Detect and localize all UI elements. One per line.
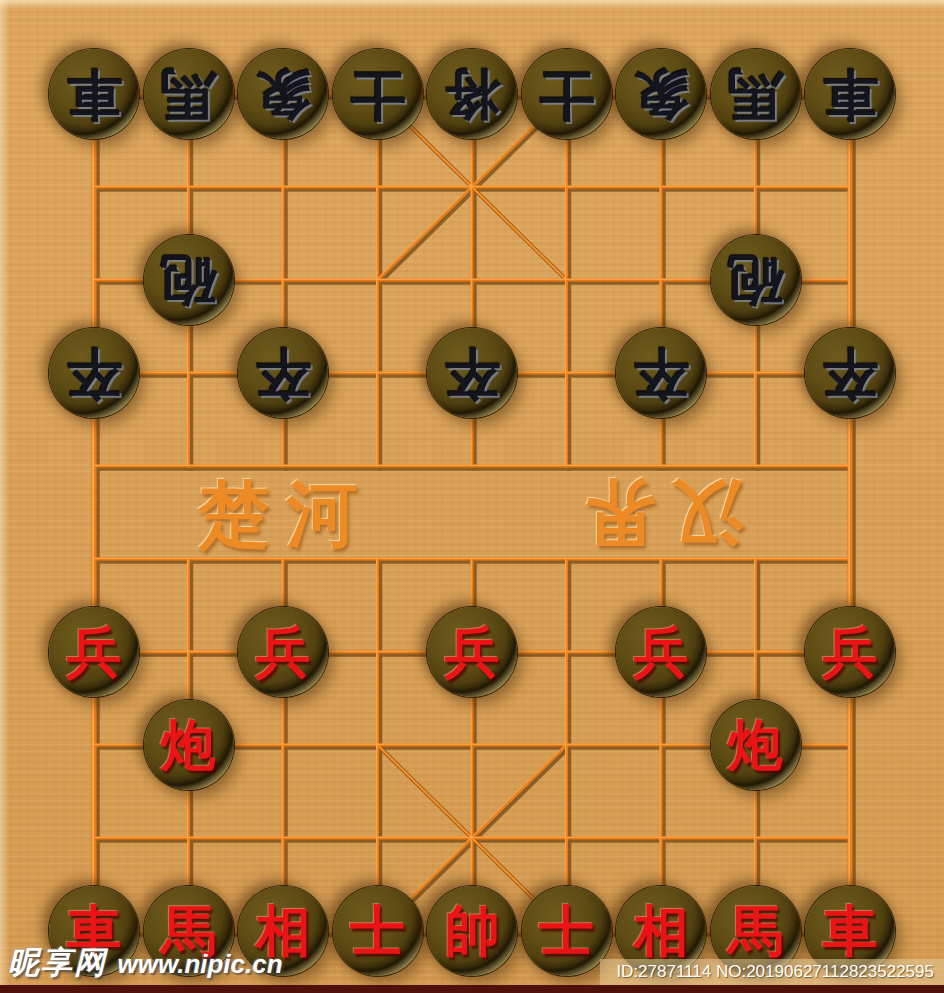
piece-glyph-卒: 卒: [823, 346, 878, 401]
piece-glyph-兵: 兵: [256, 625, 311, 680]
piece-red-soldier[interactable]: 兵: [805, 607, 895, 697]
piece-black-soldier[interactable]: 卒: [427, 328, 517, 418]
piece-glyph-車: 車: [823, 67, 878, 122]
bottom-strip: [0, 985, 944, 993]
xiangqi-board-photo: 楚河 汉界 車馬象士将士象馬車砲砲卒卒卒卒卒兵兵兵兵兵炮炮車馬相士帥士相馬車 昵…: [0, 0, 944, 993]
piece-glyph-兵: 兵: [445, 625, 500, 680]
piece-red-advisor[interactable]: 士: [522, 886, 612, 976]
piece-red-cannon[interactable]: 炮: [144, 700, 234, 790]
piece-glyph-相: 相: [634, 904, 689, 959]
piece-glyph-帥: 帥: [445, 904, 500, 959]
piece-glyph-士: 士: [350, 67, 405, 122]
piece-black-horse[interactable]: 馬: [144, 49, 234, 139]
piece-red-general[interactable]: 帥: [427, 886, 517, 976]
piece-glyph-砲: 砲: [728, 253, 783, 308]
piece-black-advisor[interactable]: 士: [522, 49, 612, 139]
river-label-chu-he: 楚河: [198, 474, 374, 553]
piece-black-soldier[interactable]: 卒: [616, 328, 706, 418]
piece-glyph-馬: 馬: [728, 904, 783, 959]
piece-black-soldier[interactable]: 卒: [238, 328, 328, 418]
piece-glyph-将: 将: [445, 67, 500, 122]
piece-glyph-卒: 卒: [634, 346, 689, 401]
piece-red-soldier[interactable]: 兵: [49, 607, 139, 697]
piece-glyph-車: 車: [823, 904, 878, 959]
piece-red-soldier[interactable]: 兵: [238, 607, 328, 697]
piece-black-cannon[interactable]: 砲: [711, 235, 801, 325]
piece-red-soldier[interactable]: 兵: [616, 607, 706, 697]
piece-glyph-馬: 馬: [161, 67, 216, 122]
piece-glyph-馬: 馬: [728, 67, 783, 122]
piece-glyph-兵: 兵: [823, 625, 878, 680]
watermark-id: ID:27871114 NO:20190627112823522595: [600, 959, 944, 985]
piece-black-advisor[interactable]: 士: [333, 49, 423, 139]
piece-glyph-卒: 卒: [445, 346, 500, 401]
piece-glyph-炮: 炮: [161, 718, 216, 773]
piece-glyph-士: 士: [539, 904, 594, 959]
river-label-han-jie: 汉界: [568, 474, 744, 553]
watermark-site-name: 昵享网: [8, 945, 107, 980]
piece-black-chariot[interactable]: 車: [805, 49, 895, 139]
piece-glyph-象: 象: [634, 67, 689, 122]
piece-glyph-兵: 兵: [67, 625, 122, 680]
piece-black-chariot[interactable]: 車: [49, 49, 139, 139]
piece-black-elephant[interactable]: 象: [616, 49, 706, 139]
piece-red-soldier[interactable]: 兵: [427, 607, 517, 697]
piece-glyph-卒: 卒: [256, 346, 311, 401]
piece-black-cannon[interactable]: 砲: [144, 235, 234, 325]
piece-glyph-卒: 卒: [67, 346, 122, 401]
piece-glyph-士: 士: [539, 67, 594, 122]
piece-glyph-砲: 砲: [161, 253, 216, 308]
piece-red-cannon[interactable]: 炮: [711, 700, 801, 790]
watermark-site-url: www.nipic.cn: [117, 949, 282, 979]
piece-black-soldier[interactable]: 卒: [49, 328, 139, 418]
piece-black-elephant[interactable]: 象: [238, 49, 328, 139]
piece-black-general[interactable]: 将: [427, 49, 517, 139]
piece-glyph-炮: 炮: [728, 718, 783, 773]
piece-glyph-士: 士: [350, 904, 405, 959]
piece-red-advisor[interactable]: 士: [333, 886, 423, 976]
piece-black-soldier[interactable]: 卒: [805, 328, 895, 418]
piece-glyph-車: 車: [67, 67, 122, 122]
piece-glyph-兵: 兵: [634, 625, 689, 680]
watermark-site: 昵享网 www.nipic.cn: [8, 942, 283, 984]
board-grid-lines: [0, 0, 944, 993]
piece-glyph-象: 象: [256, 67, 311, 122]
piece-black-horse[interactable]: 馬: [711, 49, 801, 139]
